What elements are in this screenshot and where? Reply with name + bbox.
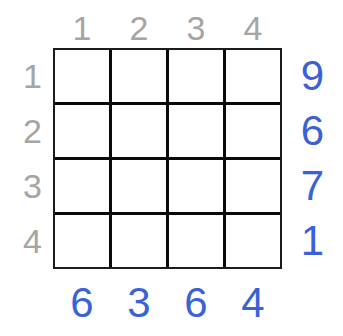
row-sum-1: 9 (282, 50, 343, 102)
column-weight-labels: 1234 (53, 0, 282, 48)
column-sum-1: 6 (55, 269, 109, 336)
cell-r1c4[interactable] (226, 50, 280, 102)
column-sum-2: 3 (112, 269, 166, 336)
cell-r3c2[interactable] (112, 160, 166, 212)
cell-r2c4[interactable] (226, 105, 280, 157)
cell-r2c2[interactable] (112, 105, 166, 157)
cell-r1c1[interactable] (55, 50, 109, 102)
column-label-4: 4 (226, 7, 280, 48)
row-sum-2: 6 (282, 105, 343, 157)
cell-r3c1[interactable] (55, 160, 109, 212)
column-label-2: 2 (112, 7, 166, 48)
column-label-1: 1 (55, 7, 109, 48)
cell-r2c3[interactable] (169, 105, 223, 157)
cell-r1c2[interactable] (112, 50, 166, 102)
cell-r1c3[interactable] (169, 50, 223, 102)
cell-r4c2[interactable] (112, 215, 166, 267)
cell-r4c4[interactable] (226, 215, 280, 267)
cell-r3c4[interactable] (226, 160, 280, 212)
row-label-1: 1 (0, 50, 53, 102)
puzzle-board (53, 48, 282, 269)
row-label-3: 3 (0, 160, 53, 212)
row-label-2: 2 (0, 105, 53, 157)
column-sum-3: 6 (169, 269, 223, 336)
row-label-4: 4 (0, 215, 53, 267)
column-sum-4: 4 (226, 269, 280, 336)
kakurasu-puzzle: 1234 1234 9671 6364 (0, 0, 343, 336)
column-label-3: 3 (169, 7, 223, 48)
cell-r2c1[interactable] (55, 105, 109, 157)
cell-r4c3[interactable] (169, 215, 223, 267)
row-sum-clues: 9671 (282, 48, 343, 269)
row-sum-3: 7 (282, 160, 343, 212)
row-sum-4: 1 (282, 215, 343, 267)
cell-r4c1[interactable] (55, 215, 109, 267)
column-sum-clues: 6364 (53, 269, 282, 336)
row-weight-labels: 1234 (0, 48, 53, 269)
cell-r3c3[interactable] (169, 160, 223, 212)
